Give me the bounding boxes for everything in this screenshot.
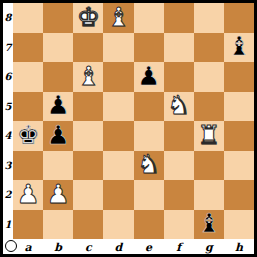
file-label-g: g bbox=[194, 239, 224, 254]
square-e2[interactable] bbox=[134, 180, 164, 210]
piece-white-pawn[interactable]: ♟ bbox=[47, 181, 70, 207]
square-g2[interactable] bbox=[194, 180, 224, 210]
square-b5[interactable]: ♟ bbox=[43, 92, 73, 122]
rank-label-4: 4 bbox=[3, 121, 13, 151]
square-e8[interactable] bbox=[134, 3, 164, 33]
file-label-h: h bbox=[224, 239, 254, 254]
square-f8[interactable] bbox=[164, 3, 194, 33]
piece-black-pawn[interactable]: ♟ bbox=[47, 92, 70, 118]
rank-label-2: 2 bbox=[3, 180, 13, 210]
square-g3[interactable] bbox=[194, 151, 224, 181]
square-h7[interactable]: ♝ bbox=[224, 33, 254, 63]
square-b3[interactable] bbox=[43, 151, 73, 181]
square-d6[interactable] bbox=[103, 62, 133, 92]
square-e1[interactable] bbox=[134, 210, 164, 240]
square-a1[interactable] bbox=[13, 210, 43, 240]
rank-label-8: 8 bbox=[3, 3, 13, 33]
square-a3[interactable] bbox=[13, 151, 43, 181]
square-b8[interactable] bbox=[43, 3, 73, 33]
square-d2[interactable] bbox=[103, 180, 133, 210]
piece-white-king[interactable]: ♚ bbox=[77, 4, 100, 30]
piece-black-bishop[interactable]: ♝ bbox=[197, 210, 220, 236]
square-e7[interactable] bbox=[134, 33, 164, 63]
file-label-c: c bbox=[73, 239, 103, 254]
file-label-d: d bbox=[103, 239, 133, 254]
square-d5[interactable] bbox=[103, 92, 133, 122]
file-label-a: a bbox=[13, 239, 43, 254]
square-a4[interactable]: ♚ bbox=[13, 121, 43, 151]
square-e4[interactable] bbox=[134, 121, 164, 151]
square-h8[interactable] bbox=[224, 3, 254, 33]
square-b1[interactable] bbox=[43, 210, 73, 240]
square-f1[interactable] bbox=[164, 210, 194, 240]
square-f7[interactable] bbox=[164, 33, 194, 63]
square-d7[interactable] bbox=[103, 33, 133, 63]
square-g6[interactable] bbox=[194, 62, 224, 92]
piece-white-pawn[interactable]: ♟ bbox=[16, 181, 39, 207]
square-a6[interactable] bbox=[13, 62, 43, 92]
square-d8[interactable]: ♝ bbox=[103, 3, 133, 33]
bottom-bar: abcdefgh bbox=[3, 239, 254, 254]
file-label-e: e bbox=[134, 239, 164, 254]
square-c4[interactable] bbox=[73, 121, 103, 151]
piece-black-pawn[interactable]: ♟ bbox=[137, 63, 160, 89]
square-g7[interactable] bbox=[194, 33, 224, 63]
square-d1[interactable] bbox=[103, 210, 133, 240]
square-g8[interactable] bbox=[194, 3, 224, 33]
square-b6[interactable] bbox=[43, 62, 73, 92]
square-a7[interactable] bbox=[13, 33, 43, 63]
piece-white-bishop[interactable]: ♝ bbox=[77, 63, 100, 89]
piece-white-rook[interactable]: ♜ bbox=[197, 122, 220, 148]
square-b7[interactable] bbox=[43, 33, 73, 63]
chess-board: ♚♝♝♝♟♟♞♚♟♜♞♟♟♝ bbox=[13, 3, 254, 239]
square-a2[interactable]: ♟ bbox=[13, 180, 43, 210]
square-c3[interactable] bbox=[73, 151, 103, 181]
rank-label-7: 7 bbox=[3, 33, 13, 63]
square-h2[interactable] bbox=[224, 180, 254, 210]
file-labels: abcdefgh bbox=[13, 239, 254, 254]
square-h4[interactable] bbox=[224, 121, 254, 151]
square-h6[interactable] bbox=[224, 62, 254, 92]
rank-label-3: 3 bbox=[3, 151, 13, 181]
rank-label-1: 1 bbox=[3, 210, 13, 240]
chess-diagram: 87654321 ♚♝♝♝♟♟♞♚♟♜♞♟♟♝ abcdefgh bbox=[0, 0, 257, 257]
piece-white-knight[interactable]: ♞ bbox=[167, 92, 190, 118]
square-f3[interactable] bbox=[164, 151, 194, 181]
square-e5[interactable] bbox=[134, 92, 164, 122]
square-f4[interactable] bbox=[164, 121, 194, 151]
rank-labels: 87654321 bbox=[3, 3, 13, 239]
square-f5[interactable]: ♞ bbox=[164, 92, 194, 122]
square-g4[interactable]: ♜ bbox=[194, 121, 224, 151]
square-e6[interactable]: ♟ bbox=[134, 62, 164, 92]
file-label-b: b bbox=[43, 239, 73, 254]
square-c6[interactable]: ♝ bbox=[73, 62, 103, 92]
square-c5[interactable] bbox=[73, 92, 103, 122]
rank-label-6: 6 bbox=[3, 62, 13, 92]
square-a8[interactable] bbox=[13, 3, 43, 33]
square-f2[interactable] bbox=[164, 180, 194, 210]
square-c2[interactable] bbox=[73, 180, 103, 210]
piece-white-bishop[interactable]: ♝ bbox=[107, 4, 130, 30]
square-c1[interactable] bbox=[73, 210, 103, 240]
square-d3[interactable] bbox=[103, 151, 133, 181]
square-a5[interactable] bbox=[13, 92, 43, 122]
piece-black-bishop[interactable]: ♝ bbox=[227, 33, 250, 59]
square-h1[interactable] bbox=[224, 210, 254, 240]
rank-label-5: 5 bbox=[3, 92, 13, 122]
square-h3[interactable] bbox=[224, 151, 254, 181]
square-b2[interactable]: ♟ bbox=[43, 180, 73, 210]
square-e3[interactable]: ♞ bbox=[134, 151, 164, 181]
square-c8[interactable]: ♚ bbox=[73, 3, 103, 33]
square-b4[interactable]: ♟ bbox=[43, 121, 73, 151]
square-c7[interactable] bbox=[73, 33, 103, 63]
piece-white-knight[interactable]: ♞ bbox=[137, 151, 160, 177]
square-g1[interactable]: ♝ bbox=[194, 210, 224, 240]
piece-black-pawn[interactable]: ♟ bbox=[47, 122, 70, 148]
square-h5[interactable] bbox=[224, 92, 254, 122]
file-label-f: f bbox=[164, 239, 194, 254]
square-g5[interactable] bbox=[194, 92, 224, 122]
piece-black-king[interactable]: ♚ bbox=[16, 122, 39, 148]
square-f6[interactable] bbox=[164, 62, 194, 92]
square-d4[interactable] bbox=[103, 121, 133, 151]
